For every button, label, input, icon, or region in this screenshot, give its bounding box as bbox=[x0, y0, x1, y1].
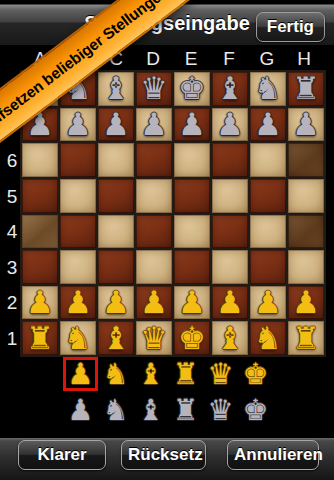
cancel-button[interactable]: Annulieren bbox=[227, 440, 319, 470]
square-e7[interactable]: ♟ bbox=[174, 108, 210, 142]
piece-white-pawn: ♟ bbox=[178, 287, 206, 318]
piece-black-pawn: ♟ bbox=[140, 109, 168, 140]
square-a2[interactable]: ♟ bbox=[22, 286, 58, 320]
tray-white-queen[interactable]: ♛ bbox=[203, 357, 238, 391]
square-e2[interactable]: ♟ bbox=[174, 286, 210, 320]
square-h3[interactable] bbox=[288, 250, 324, 284]
square-g7[interactable]: ♟ bbox=[250, 108, 286, 142]
square-c2[interactable]: ♟ bbox=[98, 286, 134, 320]
square-c8[interactable]: ♝ bbox=[98, 72, 134, 106]
square-d5[interactable] bbox=[136, 179, 172, 213]
square-f8[interactable]: ♝ bbox=[212, 72, 248, 106]
square-b2[interactable]: ♟ bbox=[60, 286, 96, 320]
square-c4[interactable] bbox=[98, 215, 134, 249]
tray-black-rook[interactable]: ♜ bbox=[168, 393, 203, 427]
square-h2[interactable]: ♟ bbox=[288, 286, 324, 320]
square-b7[interactable]: ♟ bbox=[60, 108, 96, 142]
piece-black-bishop: ♝ bbox=[102, 73, 130, 104]
tray-black-knight[interactable]: ♞ bbox=[98, 393, 133, 427]
piece-black-pawn: ♟ bbox=[64, 109, 92, 140]
square-h4[interactable] bbox=[288, 215, 324, 249]
square-f4[interactable] bbox=[212, 215, 248, 249]
square-h5[interactable] bbox=[288, 179, 324, 213]
piece-white-king: ♚ bbox=[178, 323, 206, 354]
tray-white-king[interactable]: ♚ bbox=[238, 357, 273, 391]
square-c3[interactable] bbox=[98, 250, 134, 284]
square-g1[interactable]: ♞ bbox=[250, 321, 286, 355]
piece-tray-white: ♟♞♝♜♛♚ bbox=[63, 357, 273, 391]
knight-icon: ♞ bbox=[103, 396, 129, 425]
square-e1[interactable]: ♚ bbox=[174, 321, 210, 355]
queen-icon: ♛ bbox=[208, 360, 234, 389]
square-d7[interactable]: ♟ bbox=[136, 108, 172, 142]
done-button[interactable]: Fertig bbox=[256, 12, 325, 42]
rank-label-1: 1 bbox=[7, 328, 18, 350]
piece-black-queen: ♛ bbox=[140, 73, 168, 104]
piece-black-rook: ♜ bbox=[292, 73, 320, 104]
rank-label-5: 5 bbox=[7, 186, 18, 208]
square-c6[interactable] bbox=[98, 143, 134, 177]
square-b4[interactable] bbox=[60, 215, 96, 249]
file-label-f: F bbox=[223, 48, 235, 70]
piece-tray-black: ♟♞♝♜♛♚ bbox=[63, 393, 273, 427]
square-e6[interactable] bbox=[174, 143, 210, 177]
square-g5[interactable] bbox=[250, 179, 286, 213]
square-e5[interactable] bbox=[174, 179, 210, 213]
square-b6[interactable] bbox=[60, 143, 96, 177]
piece-black-knight: ♞ bbox=[254, 73, 282, 104]
square-d3[interactable] bbox=[136, 250, 172, 284]
piece-white-queen: ♛ bbox=[140, 323, 168, 354]
tray-black-pawn[interactable]: ♟ bbox=[63, 393, 98, 427]
bishop-icon: ♝ bbox=[138, 396, 164, 425]
square-c1[interactable]: ♝ bbox=[98, 321, 134, 355]
square-f1[interactable]: ♝ bbox=[212, 321, 248, 355]
square-f2[interactable]: ♟ bbox=[212, 286, 248, 320]
square-a5[interactable] bbox=[22, 179, 58, 213]
square-h6[interactable] bbox=[288, 143, 324, 177]
clear-button[interactable]: Klarer bbox=[18, 440, 106, 470]
square-d1[interactable]: ♛ bbox=[136, 321, 172, 355]
piece-white-knight: ♞ bbox=[64, 323, 92, 354]
piece-white-pawn: ♟ bbox=[254, 287, 282, 318]
chess-board: ♜♞♝♛♚♝♞♜♟♟♟♟♟♟♟♟♟♟♟♟♟♟♟♟♜♞♝♛♚♝♞♜ bbox=[20, 70, 326, 357]
piece-white-pawn: ♟ bbox=[216, 287, 244, 318]
square-b1[interactable]: ♞ bbox=[60, 321, 96, 355]
square-e8[interactable]: ♚ bbox=[174, 72, 210, 106]
rank-label-3: 3 bbox=[7, 257, 18, 279]
piece-black-pawn: ♟ bbox=[254, 109, 282, 140]
square-b5[interactable] bbox=[60, 179, 96, 213]
piece-black-pawn: ♟ bbox=[102, 109, 130, 140]
piece-white-pawn: ♟ bbox=[102, 287, 130, 318]
square-h1[interactable]: ♜ bbox=[288, 321, 324, 355]
rank-label-2: 2 bbox=[7, 292, 18, 314]
square-h7[interactable]: ♟ bbox=[288, 108, 324, 142]
square-e4[interactable] bbox=[174, 215, 210, 249]
square-b3[interactable] bbox=[60, 250, 96, 284]
piece-white-pawn: ♟ bbox=[64, 287, 92, 318]
square-g2[interactable]: ♟ bbox=[250, 286, 286, 320]
file-label-e: E bbox=[185, 48, 198, 70]
piece-white-knight: ♞ bbox=[254, 323, 282, 354]
piece-white-bishop: ♝ bbox=[102, 323, 130, 354]
rook-icon: ♜ bbox=[173, 360, 199, 389]
piece-white-pawn: ♟ bbox=[292, 287, 320, 318]
square-a6[interactable] bbox=[22, 143, 58, 177]
position-editor-screen: Stellungseingabe Fertig ABCDEFGH 8765432… bbox=[0, 0, 334, 480]
tray-white-bishop[interactable]: ♝ bbox=[133, 357, 168, 391]
square-f6[interactable] bbox=[212, 143, 248, 177]
reset-button[interactable]: Rücksetz bbox=[121, 440, 206, 470]
piece-black-king: ♚ bbox=[178, 73, 206, 104]
rank-label-6: 6 bbox=[7, 150, 18, 172]
bishop-icon: ♝ bbox=[138, 360, 164, 389]
square-a1[interactable]: ♜ bbox=[22, 321, 58, 355]
square-e3[interactable] bbox=[174, 250, 210, 284]
piece-white-bishop: ♝ bbox=[216, 323, 244, 354]
piece-black-pawn: ♟ bbox=[216, 109, 244, 140]
square-a4[interactable] bbox=[22, 215, 58, 249]
piece-black-bishop: ♝ bbox=[216, 73, 244, 104]
queen-icon: ♛ bbox=[208, 396, 234, 425]
pawn-icon: ♟ bbox=[68, 396, 94, 425]
square-f3[interactable] bbox=[212, 250, 248, 284]
tray-black-queen[interactable]: ♛ bbox=[203, 393, 238, 427]
square-f7[interactable]: ♟ bbox=[212, 108, 248, 142]
square-c7[interactable]: ♟ bbox=[98, 108, 134, 142]
square-d6[interactable] bbox=[136, 143, 172, 177]
file-label-g: G bbox=[260, 48, 275, 70]
square-g6[interactable] bbox=[250, 143, 286, 177]
piece-black-pawn: ♟ bbox=[178, 109, 206, 140]
file-label-d: D bbox=[146, 48, 160, 70]
rook-icon: ♜ bbox=[173, 396, 199, 425]
tray-black-bishop[interactable]: ♝ bbox=[133, 393, 168, 427]
file-label-h: H bbox=[297, 48, 311, 70]
piece-black-pawn: ♟ bbox=[292, 109, 320, 140]
piece-white-pawn: ♟ bbox=[26, 287, 54, 318]
piece-white-pawn: ♟ bbox=[140, 287, 168, 318]
tray-white-knight[interactable]: ♞ bbox=[98, 357, 133, 391]
bottom-toolbar: Klarer Rücksetz Annulieren bbox=[0, 437, 334, 480]
square-d8[interactable]: ♛ bbox=[136, 72, 172, 106]
square-c5[interactable] bbox=[98, 179, 134, 213]
piece-white-rook: ♜ bbox=[292, 323, 320, 354]
square-d4[interactable] bbox=[136, 215, 172, 249]
piece-white-rook: ♜ bbox=[26, 323, 54, 354]
rank-label-4: 4 bbox=[7, 221, 18, 243]
pawn-icon: ♟ bbox=[68, 360, 94, 389]
tray-black-king[interactable]: ♚ bbox=[238, 393, 273, 427]
square-g4[interactable] bbox=[250, 215, 286, 249]
square-f5[interactable] bbox=[212, 179, 248, 213]
knight-icon: ♞ bbox=[103, 360, 129, 389]
square-a3[interactable] bbox=[22, 250, 58, 284]
tray-white-pawn[interactable]: ♟ bbox=[63, 357, 98, 391]
tray-white-rook[interactable]: ♜ bbox=[168, 357, 203, 391]
square-g8[interactable]: ♞ bbox=[250, 72, 286, 106]
square-h8[interactable]: ♜ bbox=[288, 72, 324, 106]
square-g3[interactable] bbox=[250, 250, 286, 284]
king-icon: ♚ bbox=[243, 360, 269, 389]
king-icon: ♚ bbox=[243, 396, 269, 425]
square-d2[interactable]: ♟ bbox=[136, 286, 172, 320]
